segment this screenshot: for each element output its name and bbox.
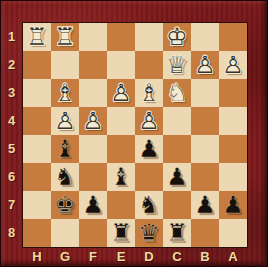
square-g8[interactable]	[51, 219, 79, 247]
square-c2[interactable]: ♛♕	[163, 51, 191, 79]
square-c6[interactable]: ♟	[163, 163, 191, 191]
square-d4[interactable]: ♟♙	[135, 107, 163, 135]
square-h8[interactable]	[23, 219, 51, 247]
piece-black-pawn: ♟	[79, 191, 107, 219]
square-h4[interactable]	[23, 107, 51, 135]
piece-white-pawn: ♟♙	[107, 79, 135, 107]
piece-black-rook: ♜	[107, 219, 135, 247]
piece-black-rook: ♜	[163, 219, 191, 247]
piece-white-rook: ♜♖	[51, 23, 79, 51]
square-d7[interactable]: ♞	[135, 191, 163, 219]
piece-white-rook: ♜♖	[23, 23, 51, 51]
square-e6[interactable]: ♝	[107, 163, 135, 191]
square-a4[interactable]	[219, 107, 247, 135]
file-label-h: H	[23, 247, 51, 267]
square-c4[interactable]	[163, 107, 191, 135]
square-a2[interactable]: ♟♙	[219, 51, 247, 79]
square-a1[interactable]	[219, 23, 247, 51]
file-label-e: E	[107, 247, 135, 267]
square-e8[interactable]: ♜	[107, 219, 135, 247]
rank-label-6: 6	[1, 163, 22, 191]
square-c1[interactable]: ♚♔	[163, 23, 191, 51]
square-f7[interactable]: ♟	[79, 191, 107, 219]
square-f4[interactable]: ♟♙	[79, 107, 107, 135]
square-b7[interactable]: ♟	[191, 191, 219, 219]
square-e4[interactable]	[107, 107, 135, 135]
square-h5[interactable]	[23, 135, 51, 163]
rank-label-3: 3	[1, 79, 22, 107]
square-d5[interactable]: ♟	[135, 135, 163, 163]
square-a3[interactable]	[219, 79, 247, 107]
piece-white-king: ♚♔	[163, 23, 191, 51]
square-f2[interactable]	[79, 51, 107, 79]
rank-label-2: 2	[1, 51, 22, 79]
square-h3[interactable]	[23, 79, 51, 107]
board-frame: 12345678 HGFEDCBA ♜♖♜♖♚♔♛♕♟♙♟♙♝♗♟♙♝♗♞♘♟♙…	[0, 0, 268, 267]
piece-white-pawn: ♟♙	[51, 107, 79, 135]
square-d2[interactable]	[135, 51, 163, 79]
square-g3[interactable]: ♝♗	[51, 79, 79, 107]
file-label-f: F	[79, 247, 107, 267]
rank-label-5: 5	[1, 135, 22, 163]
square-b8[interactable]	[191, 219, 219, 247]
square-d6[interactable]	[135, 163, 163, 191]
square-e7[interactable]	[107, 191, 135, 219]
chess-board: ♜♖♜♖♚♔♛♕♟♙♟♙♝♗♟♙♝♗♞♘♟♙♟♙♟♙♝♟♞♝♟♚♟♞♟♟♜♛♜	[23, 23, 247, 247]
piece-white-knight: ♞♘	[163, 79, 191, 107]
square-f1[interactable]	[79, 23, 107, 51]
square-c5[interactable]	[163, 135, 191, 163]
rank-label-4: 4	[1, 107, 22, 135]
piece-white-pawn: ♟♙	[135, 107, 163, 135]
square-f6[interactable]	[79, 163, 107, 191]
file-label-b: B	[191, 247, 219, 267]
square-a8[interactable]	[219, 219, 247, 247]
rank-label-8: 8	[1, 219, 22, 247]
square-g7[interactable]: ♚	[51, 191, 79, 219]
piece-black-pawn: ♟	[219, 191, 247, 219]
square-c8[interactable]: ♜	[163, 219, 191, 247]
file-label-c: C	[163, 247, 191, 267]
piece-black-pawn: ♟	[135, 135, 163, 163]
rank-label-7: 7	[1, 191, 22, 219]
square-e5[interactable]	[107, 135, 135, 163]
piece-white-bishop: ♝♗	[135, 79, 163, 107]
piece-black-king: ♚	[51, 191, 79, 219]
square-e1[interactable]	[107, 23, 135, 51]
square-d1[interactable]	[135, 23, 163, 51]
square-e3[interactable]: ♟♙	[107, 79, 135, 107]
square-g2[interactable]	[51, 51, 79, 79]
square-g5[interactable]: ♝	[51, 135, 79, 163]
square-f3[interactable]	[79, 79, 107, 107]
square-g1[interactable]: ♜♖	[51, 23, 79, 51]
piece-white-queen: ♛♕	[163, 51, 191, 79]
piece-white-pawn: ♟♙	[219, 51, 247, 79]
square-h6[interactable]	[23, 163, 51, 191]
square-c3[interactable]: ♞♘	[163, 79, 191, 107]
square-b5[interactable]	[191, 135, 219, 163]
piece-black-bishop: ♝	[51, 135, 79, 163]
square-h2[interactable]	[23, 51, 51, 79]
square-b2[interactable]: ♟♙	[191, 51, 219, 79]
square-b6[interactable]	[191, 163, 219, 191]
square-a7[interactable]: ♟	[219, 191, 247, 219]
square-c7[interactable]	[163, 191, 191, 219]
piece-black-pawn: ♟	[191, 191, 219, 219]
piece-white-pawn: ♟♙	[191, 51, 219, 79]
square-b4[interactable]	[191, 107, 219, 135]
square-f5[interactable]	[79, 135, 107, 163]
square-e2[interactable]	[107, 51, 135, 79]
square-g6[interactable]: ♞	[51, 163, 79, 191]
piece-black-pawn: ♟	[163, 163, 191, 191]
square-a5[interactable]	[219, 135, 247, 163]
file-label-d: D	[135, 247, 163, 267]
piece-white-bishop: ♝♗	[51, 79, 79, 107]
piece-black-knight: ♞	[51, 163, 79, 191]
piece-black-bishop: ♝	[107, 163, 135, 191]
square-g4[interactable]: ♟♙	[51, 107, 79, 135]
square-a6[interactable]	[219, 163, 247, 191]
square-d8[interactable]: ♛	[135, 219, 163, 247]
file-label-g: G	[51, 247, 79, 267]
square-f8[interactable]	[79, 219, 107, 247]
square-b3[interactable]	[191, 79, 219, 107]
square-h1[interactable]: ♜♖	[23, 23, 51, 51]
rank-label-1: 1	[1, 23, 22, 51]
piece-white-pawn: ♟♙	[79, 107, 107, 135]
square-d3[interactable]: ♝♗	[135, 79, 163, 107]
square-b1[interactable]	[191, 23, 219, 51]
piece-black-knight: ♞	[135, 191, 163, 219]
file-label-a: A	[219, 247, 247, 267]
square-h7[interactable]	[23, 191, 51, 219]
piece-black-queen: ♛	[135, 219, 163, 247]
